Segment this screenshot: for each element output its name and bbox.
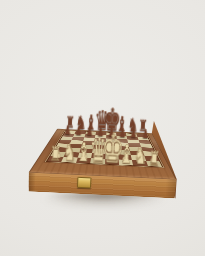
product-photo-stage: ♜♞♝♛♚♝♞♜♟♟♟♟♟♟♟♟♟♟♟♟♟♟♟♟♜♞♝♛♚♝♞♜ — [0, 0, 205, 256]
piece-black-pawn-a7: ♟ — [64, 124, 71, 137]
pieces-layer: ♜♞♝♛♚♝♞♜♟♟♟♟♟♟♟♟♟♟♟♟♟♟♟♟♜♞♝♛♚♝♞♜ — [0, 0, 205, 256]
piece-white-knight-g1: ♞ — [134, 145, 148, 169]
brass-clasp — [77, 177, 92, 189]
piece-white-rook-h1: ♜ — [149, 149, 161, 169]
piece-black-pawn-h7: ♟ — [141, 128, 148, 141]
piece-white-knight-b1: ♞ — [63, 142, 77, 166]
chess-box: ♜♞♝♛♚♝♞♜♟♟♟♟♟♟♟♟♟♟♟♟♟♟♟♟♜♞♝♛♚♝♞♜ — [0, 0, 205, 256]
piece-black-pawn-g7: ♟ — [130, 128, 137, 141]
piece-white-rook-a1: ♜ — [50, 144, 62, 164]
piece-white-bishop-f1: ♝ — [119, 142, 134, 168]
piece-black-pawn-b7: ♟ — [75, 125, 82, 138]
